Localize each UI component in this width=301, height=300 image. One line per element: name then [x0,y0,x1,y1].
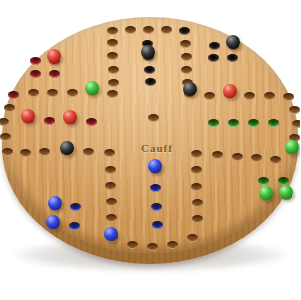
track-hole[interactable] [105,182,116,190]
track-hole[interactable] [107,90,118,98]
blue-hole[interactable] [150,184,161,192]
track-hole[interactable] [39,148,50,156]
track-hole[interactable] [108,79,119,87]
track-hole[interactable] [83,148,94,156]
green-marble[interactable] [259,186,273,200]
black-hole[interactable] [179,27,190,35]
track-hole[interactable] [181,66,192,74]
track-hole[interactable] [191,150,202,158]
green-marble[interactable] [285,140,299,154]
board-surface: Cauff [2,17,298,253]
green-hole[interactable] [268,119,279,127]
track-hole[interactable] [191,166,202,174]
track-hole[interactable] [232,153,243,161]
black-marble[interactable] [60,141,74,155]
blue-hole[interactable] [152,221,163,229]
blue-hole[interactable] [70,203,81,211]
green-marble[interactable] [85,81,99,95]
blue-marble[interactable] [104,227,118,241]
red-hole[interactable] [30,70,41,78]
track-hole[interactable] [0,118,9,126]
blue-hole[interactable] [151,203,162,211]
brand-engraving: Cauff [141,142,173,154]
blue-marble[interactable] [48,196,62,210]
track-hole[interactable] [104,149,115,157]
track-hole[interactable] [192,215,203,223]
track-hole[interactable] [264,92,275,100]
track-hole[interactable] [181,53,192,61]
track-hole[interactable] [204,92,215,100]
red-marble[interactable] [21,109,35,123]
board: Cauff [0,0,300,300]
red-hole[interactable] [44,117,55,125]
red-marble[interactable] [47,49,61,63]
green-hole[interactable] [208,119,219,127]
track-hole[interactable] [107,39,118,47]
track-hole[interactable] [192,199,203,207]
track-hole[interactable] [180,40,191,48]
track-hole[interactable] [0,133,11,141]
red-hole[interactable] [86,118,97,126]
black-hole[interactable] [145,78,156,86]
track-hole[interactable] [4,104,15,112]
blue-hole[interactable] [69,222,80,230]
track-hole[interactable] [212,151,223,159]
green-marble[interactable] [279,185,293,199]
track-hole[interactable] [187,234,198,242]
track-hole[interactable] [148,114,159,122]
track-hole[interactable] [28,89,39,97]
track-hole[interactable] [2,148,13,156]
red-hole[interactable] [8,91,19,99]
red-marble[interactable] [223,84,237,98]
red-hole[interactable] [49,70,60,78]
track-hole[interactable] [108,66,119,74]
track-hole[interactable] [47,89,58,97]
track-hole[interactable] [244,92,255,100]
track-hole[interactable] [251,154,262,162]
track-hole[interactable] [20,149,31,157]
blue-marble[interactable] [148,159,162,173]
track-hole[interactable] [143,26,154,34]
green-hole[interactable] [278,177,289,185]
track-hole[interactable] [289,106,300,114]
black-marble[interactable] [226,35,240,49]
track-hole[interactable] [191,183,202,191]
track-hole[interactable] [106,214,117,222]
track-hole[interactable] [270,156,281,164]
blue-marble[interactable] [46,215,60,229]
black-hole[interactable] [209,42,220,50]
track-hole[interactable] [127,241,138,249]
red-hole[interactable] [30,57,41,65]
track-hole[interactable] [283,93,294,101]
black-marble[interactable] [183,82,197,96]
green-hole[interactable] [248,119,259,127]
green-hole[interactable] [228,119,239,127]
black-marble[interactable] [141,45,155,59]
track-hole[interactable] [167,241,178,249]
black-hole[interactable] [144,66,155,74]
green-hole[interactable] [258,177,269,185]
track-hole[interactable] [67,89,78,97]
track-hole[interactable] [107,52,118,60]
black-hole[interactable] [227,54,238,62]
track-hole[interactable] [125,26,136,34]
track-hole[interactable] [106,198,117,206]
red-marble[interactable] [63,110,77,124]
track-hole[interactable] [147,243,158,251]
black-hole[interactable] [208,54,219,62]
track-hole[interactable] [107,27,118,35]
track-hole[interactable] [292,120,301,128]
track-hole[interactable] [105,166,116,174]
track-hole[interactable] [161,26,172,34]
